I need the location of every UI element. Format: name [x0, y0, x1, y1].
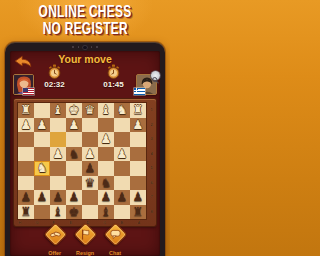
black-timer: 01:45: [100, 80, 127, 89]
board-square[interactable]: [34, 176, 50, 191]
black-rook: ♜: [133, 205, 144, 220]
rank-label: 8: [149, 208, 154, 215]
board-square[interactable]: [18, 161, 34, 176]
magnifier-icon[interactable]: [151, 71, 160, 80]
board-square[interactable]: ♞: [98, 176, 114, 191]
board-square[interactable]: ♚: [66, 103, 82, 118]
board-square[interactable]: ♚: [66, 205, 82, 220]
board-square[interactable]: ♝: [98, 205, 114, 220]
board-square[interactable]: ♟: [114, 147, 130, 162]
board-square[interactable]: [130, 147, 146, 162]
greece-flag-icon: [134, 88, 145, 95]
chat-bubble-icon: [110, 229, 121, 240]
white-bishop: ♝: [101, 103, 112, 118]
white-king: ♚: [69, 103, 80, 118]
board-square[interactable]: ♜: [130, 205, 146, 220]
banner-title-line2: NO REGISTER: [0, 20, 170, 36]
black-pawn: ♟: [117, 190, 128, 205]
board-square[interactable]: [66, 132, 82, 147]
board-square[interactable]: ♟: [98, 190, 114, 205]
speaker-dot: [96, 46, 98, 48]
board-square[interactable]: ♟: [82, 147, 98, 162]
white-pawn: ♟: [37, 118, 48, 133]
black-bishop: ♝: [53, 205, 64, 220]
board-square[interactable]: [114, 176, 130, 191]
board-square[interactable]: ♞: [114, 103, 130, 118]
rank-labels: 12345678: [147, 103, 156, 219]
board-square[interactable]: ♟: [18, 118, 34, 133]
black-pawn: ♟: [85, 161, 96, 176]
rank-label: 6: [149, 179, 154, 186]
board-square[interactable]: [114, 118, 130, 133]
board-square[interactable]: ♟: [66, 190, 82, 205]
board-square[interactable]: ♞: [34, 161, 50, 176]
black-knight: ♞: [101, 176, 112, 191]
black-rook: ♜: [21, 205, 32, 220]
file-label: C: [103, 221, 112, 225]
board-square[interactable]: [66, 161, 82, 176]
flag-icon: [80, 229, 91, 240]
speaker-dot: [78, 46, 80, 48]
white-pawn: ♟: [117, 147, 128, 162]
board-square[interactable]: [34, 132, 50, 147]
board-square[interactable]: ♟: [18, 190, 34, 205]
tablet-device: Your move ELA MC 1401289: [5, 42, 165, 256]
black-king: ♚: [69, 205, 80, 220]
board-square[interactable]: ♟: [34, 190, 50, 205]
board-square[interactable]: ♟: [50, 147, 66, 162]
black-knight: ♞: [69, 147, 80, 162]
white-pawn: ♟: [85, 147, 96, 162]
board-square[interactable]: ♟: [50, 190, 66, 205]
file-label: B: [120, 221, 129, 225]
board-square[interactable]: [130, 161, 146, 176]
white-pawn: ♟: [21, 118, 32, 133]
white-pawn: ♟: [101, 132, 112, 147]
board-square[interactable]: [66, 176, 82, 191]
chess-board: ♜♝♚♛♝♞♜♟♟♟♟♟♟♞♟♟♞♟♛♞♟♟♟♟♟♟♟♜♝♚♝♜ 1234567…: [14, 99, 156, 226]
board-square[interactable]: [130, 176, 146, 191]
file-label: G: [35, 221, 44, 225]
file-label: H: [18, 221, 27, 225]
board-square[interactable]: ♜: [18, 205, 34, 220]
black-stopwatch-icon: [107, 64, 120, 79]
board-square[interactable]: ♞: [66, 147, 82, 162]
board-square[interactable]: [130, 132, 146, 147]
black-pawn: ♟: [37, 190, 48, 205]
black-pawn: ♟: [69, 190, 80, 205]
board-square[interactable]: [114, 132, 130, 147]
board-square[interactable]: [82, 190, 98, 205]
white-stopwatch-icon: [48, 64, 61, 79]
white-pawn: ♟: [53, 147, 64, 162]
rank-label: 7: [149, 194, 154, 201]
black-queen: ♛: [85, 176, 96, 191]
banner-title-line1: ONLINE CHESS: [0, 3, 170, 19]
board-square[interactable]: [18, 147, 34, 162]
board-square[interactable]: [34, 103, 50, 118]
board-square[interactable]: [98, 118, 114, 133]
black-bishop: ♝: [101, 205, 112, 220]
white-rook: ♜: [133, 103, 144, 118]
board-square[interactable]: [114, 161, 130, 176]
white-rook: ♜: [21, 103, 32, 118]
board-square[interactable]: ♟: [98, 132, 114, 147]
board-square[interactable]: ♝: [50, 205, 66, 220]
board-square[interactable]: [50, 176, 66, 191]
rank-label: 2: [149, 121, 154, 128]
file-label: E: [69, 221, 78, 225]
app-screen: Your move ELA MC 1401289: [10, 51, 160, 256]
rank-label: 3: [149, 136, 154, 143]
white-timer: 02:32: [41, 80, 68, 89]
board-square[interactable]: ♝: [98, 103, 114, 118]
speaker-dot: [91, 46, 93, 48]
board-square[interactable]: [98, 161, 114, 176]
speaker-dot: [72, 46, 74, 48]
board-square[interactable]: ♟: [130, 190, 146, 205]
page-title: Your move: [10, 53, 160, 65]
board-square[interactable]: [98, 147, 114, 162]
board-square[interactable]: ♛: [82, 176, 98, 191]
board-square[interactable]: [34, 147, 50, 162]
board-square[interactable]: [82, 205, 98, 220]
white-bishop: ♝: [53, 103, 64, 118]
board-square[interactable]: [114, 205, 130, 220]
file-label: A: [137, 221, 146, 225]
white-queen: ♛: [85, 103, 96, 118]
board-square[interactable]: [50, 132, 66, 147]
board-square[interactable]: ♟: [66, 118, 82, 133]
board-square[interactable]: ♝: [50, 103, 66, 118]
black-pawn: ♟: [101, 190, 112, 205]
camera-icon: [83, 46, 86, 49]
board-square[interactable]: ♜: [18, 103, 34, 118]
white-pawn: ♟: [69, 118, 80, 133]
board-square[interactable]: ♛: [82, 103, 98, 118]
board-square[interactable]: [82, 118, 98, 133]
chat-label: Chat: [95, 244, 135, 256]
handshake-icon: [50, 229, 61, 240]
camera-speaker-row: [5, 46, 165, 49]
us-flag-icon: [23, 88, 34, 95]
board-squares: ♜♝♚♛♝♞♜♟♟♟♟♟♟♞♟♟♞♟♛♞♟♟♟♟♟♟♟♜♝♚♝♜: [18, 103, 146, 219]
rank-label: 4: [149, 150, 154, 157]
black-pawn: ♟: [21, 190, 32, 205]
black-pawn: ♟: [53, 190, 64, 205]
board-square[interactable]: [50, 118, 66, 133]
board-square[interactable]: [50, 161, 66, 176]
white-knight: ♞: [37, 161, 48, 176]
white-knight: ♞: [117, 103, 128, 118]
board-square[interactable]: ♜: [130, 103, 146, 118]
rank-label: 1: [149, 107, 154, 114]
board-square[interactable]: ♟: [114, 190, 130, 205]
board-square[interactable]: ♟: [130, 118, 146, 133]
board-square[interactable]: ♟: [82, 161, 98, 176]
board-square[interactable]: [18, 176, 34, 191]
board-square[interactable]: [34, 205, 50, 220]
board-square[interactable]: [82, 132, 98, 147]
board-square[interactable]: [18, 132, 34, 147]
white-pawn: ♟: [133, 118, 144, 133]
rank-label: 5: [149, 165, 154, 172]
board-square[interactable]: ♟: [34, 118, 50, 133]
black-pawn: ♟: [133, 190, 144, 205]
